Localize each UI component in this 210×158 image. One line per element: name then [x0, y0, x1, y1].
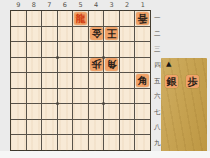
board-square-4七[interactable] — [89, 104, 104, 119]
board-square-2九[interactable] — [120, 135, 135, 150]
board-square-2六[interactable] — [120, 89, 135, 104]
sente-角-1五[interactable]: 角 — [136, 74, 149, 87]
rank-label-1: 一 — [154, 15, 161, 22]
board-square-8七[interactable] — [27, 104, 42, 119]
rank-label-5: 五 — [154, 77, 161, 84]
board-square-7六[interactable] — [42, 89, 57, 104]
file-label-2: 2 — [125, 2, 129, 9]
sente-hand-tray: ▲ 銀歩 — [161, 58, 207, 152]
file-label-6: 6 — [63, 2, 67, 9]
board-square-6二[interactable] — [58, 27, 73, 42]
board-square-3三[interactable] — [104, 42, 119, 57]
file-label-7: 7 — [47, 2, 51, 9]
file-label-1: 1 — [141, 2, 145, 9]
board-square-3五[interactable] — [104, 73, 119, 88]
board-square-4六[interactable] — [89, 89, 104, 104]
board-square-8九[interactable] — [27, 135, 42, 150]
board-square-5四[interactable] — [73, 58, 88, 73]
rank-label-2: 二 — [154, 30, 161, 37]
piece-glyph: 銀 — [167, 75, 177, 88]
hand-piece-銀[interactable]: 銀 — [165, 75, 178, 88]
board-square-5三[interactable] — [73, 42, 88, 57]
board-square-9一[interactable] — [11, 11, 26, 26]
board-square-9三[interactable] — [11, 42, 26, 57]
sente-龍-5一[interactable]: 龍 — [74, 12, 87, 25]
board-square-5二[interactable] — [73, 27, 88, 42]
piece-glyph: 歩 — [188, 75, 198, 88]
board-square-8六[interactable] — [27, 89, 42, 104]
rank-label-8: 八 — [154, 124, 161, 131]
board-square-2二[interactable] — [120, 27, 135, 42]
piece-glyph: 角 — [107, 58, 117, 71]
board-square-7四[interactable] — [42, 58, 57, 73]
board-square-3六[interactable] — [104, 89, 119, 104]
board-square-5六[interactable] — [73, 89, 88, 104]
board-square-3七[interactable] — [104, 104, 119, 119]
gote-歩-4四[interactable]: 歩 — [90, 58, 103, 71]
board-square-9五[interactable] — [11, 73, 26, 88]
gote-香-1一[interactable]: 香 — [136, 12, 149, 25]
board-square-7八[interactable] — [42, 120, 57, 135]
board-square-5八[interactable] — [73, 120, 88, 135]
board-square-6一[interactable] — [58, 11, 73, 26]
board-square-6九[interactable] — [58, 135, 73, 150]
board-square-8一[interactable] — [27, 11, 42, 26]
sente-marker: ▲ — [166, 60, 171, 68]
board-square-6三[interactable] — [58, 42, 73, 57]
board-square-1六[interactable] — [135, 89, 150, 104]
board-square-6七[interactable] — [58, 104, 73, 119]
board-square-3八[interactable] — [104, 120, 119, 135]
piece-glyph: 角 — [138, 74, 148, 87]
board-square-7三[interactable] — [42, 42, 57, 57]
board-square-7九[interactable] — [42, 135, 57, 150]
board-square-9七[interactable] — [11, 104, 26, 119]
shogi-board — [10, 10, 151, 151]
board-square-9九[interactable] — [11, 135, 26, 150]
board-square-4九[interactable] — [89, 135, 104, 150]
board-square-1三[interactable] — [135, 42, 150, 57]
board-square-7五[interactable] — [42, 73, 57, 88]
file-label-9: 9 — [16, 2, 20, 9]
shogi-diagram: 987654321 一二三四五六七八九 龍香金王歩角角 ▲ 銀歩 — [0, 0, 210, 158]
piece-glyph: 香 — [138, 12, 148, 25]
board-square-1四[interactable] — [135, 58, 150, 73]
board-square-2三[interactable] — [120, 42, 135, 57]
file-label-4: 4 — [94, 2, 98, 9]
board-square-8八[interactable] — [27, 120, 42, 135]
board-square-2七[interactable] — [120, 104, 135, 119]
board-square-3一[interactable] — [104, 11, 119, 26]
gote-金-4二[interactable]: 金 — [90, 27, 103, 40]
rank-label-6: 六 — [154, 93, 161, 100]
board-square-8二[interactable] — [27, 27, 42, 42]
board-square-4一[interactable] — [89, 11, 104, 26]
hand-piece-歩[interactable]: 歩 — [186, 75, 199, 88]
board-square-5七[interactable] — [73, 104, 88, 119]
board-square-9六[interactable] — [11, 89, 26, 104]
board-square-8三[interactable] — [27, 42, 42, 57]
board-square-5五[interactable] — [73, 73, 88, 88]
board-square-8四[interactable] — [27, 58, 42, 73]
board-square-4八[interactable] — [89, 120, 104, 135]
board-square-1二[interactable] — [135, 27, 150, 42]
board-square-7七[interactable] — [42, 104, 57, 119]
board-square-9八[interactable] — [11, 120, 26, 135]
rank-label-3: 三 — [154, 46, 161, 53]
board-square-9四[interactable] — [11, 58, 26, 73]
board-square-6八[interactable] — [58, 120, 73, 135]
board-square-1九[interactable] — [135, 135, 150, 150]
board-square-4三[interactable] — [89, 42, 104, 57]
board-square-5九[interactable] — [73, 135, 88, 150]
piece-glyph: 金 — [91, 27, 101, 40]
board-square-4五[interactable] — [89, 73, 104, 88]
piece-glyph: 龍 — [76, 12, 86, 25]
file-label-8: 8 — [32, 2, 36, 9]
board-square-8五[interactable] — [27, 73, 42, 88]
board-square-2五[interactable] — [120, 73, 135, 88]
bottom-strip — [0, 151, 210, 158]
file-label-3: 3 — [110, 2, 114, 9]
rank-label-4: 四 — [154, 61, 161, 68]
board-square-9二[interactable] — [11, 27, 26, 42]
komadai-wood-grain — [161, 58, 207, 152]
gote-角-3四[interactable]: 角 — [105, 58, 118, 71]
board-square-6六[interactable] — [58, 89, 73, 104]
board-square-2四[interactable] — [120, 58, 135, 73]
board-square-2八[interactable] — [120, 120, 135, 135]
board-square-7二[interactable] — [42, 27, 57, 42]
rank-label-9: 九 — [154, 139, 161, 146]
board-square-6五[interactable] — [58, 73, 73, 88]
board-square-2一[interactable] — [120, 11, 135, 26]
piece-glyph: 歩 — [91, 58, 101, 71]
board-square-7一[interactable] — [42, 11, 57, 26]
piece-glyph: 王 — [107, 27, 117, 40]
board-square-1七[interactable] — [135, 104, 150, 119]
file-label-5: 5 — [78, 2, 82, 9]
board-square-6四[interactable] — [58, 58, 73, 73]
gote-王-3二[interactable]: 王 — [105, 27, 118, 40]
board-square-1八[interactable] — [135, 120, 150, 135]
board-square-3九[interactable] — [104, 135, 119, 150]
rank-label-7: 七 — [154, 108, 161, 115]
